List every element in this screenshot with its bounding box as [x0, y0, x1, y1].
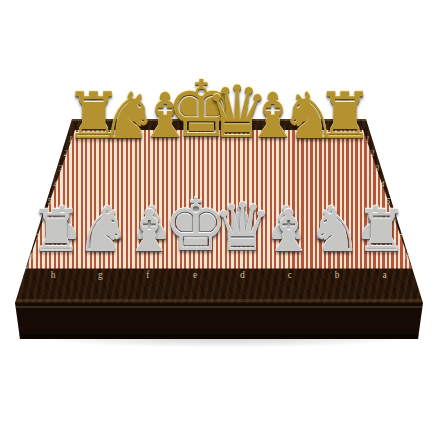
rank-label-left-6: 6	[38, 216, 50, 225]
border-near-bevel	[15, 299, 423, 302]
file-label-g: g	[92, 271, 108, 282]
board-rank-7	[36, 229, 401, 248]
file-label-a: a	[377, 271, 393, 282]
box-lid-seam	[15, 306, 423, 308]
file-label-c: c	[282, 271, 298, 282]
file-label-f: f	[140, 271, 156, 282]
chess-set-photo: 1234567812345678hgfedcba ♜♞♝♚♛♝♞♜♟♟♟♟♟♟♟…	[0, 0, 448, 448]
rank-label-right-2: 2	[366, 150, 378, 159]
rank-label-right-1: 1	[362, 136, 374, 145]
file-label-d: d	[234, 271, 250, 282]
box-bottom-edge	[15, 334, 423, 339]
rank-label-right-6: 6	[388, 216, 400, 225]
board-rank-1	[73, 133, 365, 147]
rank-label-right-5: 5	[382, 198, 394, 207]
board-rank-4	[56, 177, 382, 193]
rank-label-left-5: 5	[44, 198, 56, 207]
rank-label-right-7: 7	[395, 234, 407, 243]
rank-label-left-8: 8	[25, 253, 37, 262]
border-far-bevel	[72, 119, 366, 121]
rank-label-right-4: 4	[377, 181, 389, 190]
rank-label-left-3: 3	[55, 165, 67, 174]
rank-label-right-8: 8	[401, 253, 413, 262]
board-rank-5	[50, 193, 389, 211]
board-rank-8	[30, 247, 409, 266]
file-label-b: b	[329, 271, 345, 282]
rank-label-left-7: 7	[32, 234, 44, 243]
rank-label-left-1: 1	[65, 136, 77, 145]
board-rank-6	[43, 211, 395, 229]
rank-label-left-4: 4	[49, 181, 61, 190]
file-label-e: e	[187, 271, 203, 282]
chess-board	[0, 0, 448, 448]
board-rank-3	[62, 162, 376, 178]
rank-label-right-3: 3	[371, 165, 383, 174]
rank-label-left-2: 2	[60, 150, 72, 159]
file-label-h: h	[45, 271, 61, 282]
board-rank-2	[68, 147, 371, 162]
